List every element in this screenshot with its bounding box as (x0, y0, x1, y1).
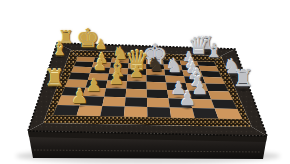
square-e7 (186, 83, 208, 91)
square-a4 (129, 59, 147, 64)
squares (53, 57, 242, 119)
square-f5 (147, 89, 169, 98)
square-d3 (107, 74, 127, 81)
square-e6 (166, 82, 188, 90)
chessboard (0, 0, 290, 164)
square-a7 (180, 61, 199, 66)
square-f1 (61, 87, 85, 96)
square-g6 (168, 98, 192, 108)
square-a3 (111, 58, 129, 63)
square-a2 (94, 58, 112, 63)
square-d8 (203, 77, 225, 84)
square-b3 (110, 63, 129, 69)
square-d5 (146, 75, 166, 82)
square-c1 (71, 67, 92, 74)
square-d7 (184, 76, 205, 83)
square-h3 (100, 106, 125, 117)
square-f2 (83, 88, 106, 97)
square-d4 (127, 74, 147, 81)
square-b8 (199, 66, 219, 72)
square-f3 (104, 88, 126, 97)
square-c6 (164, 70, 184, 77)
square-g1 (57, 96, 82, 106)
square-a5 (146, 60, 164, 65)
square-c7 (182, 70, 202, 77)
square-e4 (126, 81, 147, 89)
square-e5 (147, 82, 168, 90)
square-c8 (201, 71, 222, 78)
square-c5 (146, 69, 165, 76)
square-h6 (170, 108, 195, 119)
square-c4 (128, 68, 147, 75)
square-h5 (147, 107, 171, 118)
square-d6 (165, 76, 186, 83)
square-e2 (86, 80, 108, 88)
square-c3 (109, 68, 128, 75)
square-a1 (76, 57, 95, 62)
square-a8 (197, 61, 216, 66)
square-h4 (124, 107, 148, 118)
square-h2 (77, 105, 103, 116)
square-e1 (65, 80, 88, 88)
square-b6 (164, 65, 183, 71)
square-g4 (125, 97, 147, 107)
square-h1 (53, 105, 80, 116)
square-f7 (188, 91, 212, 100)
square-e3 (106, 81, 127, 89)
square-f4 (126, 89, 147, 98)
square-b4 (128, 63, 146, 69)
square-c2 (90, 67, 110, 74)
square-g7 (190, 99, 215, 109)
square-b1 (74, 61, 94, 67)
square-g5 (147, 98, 170, 108)
square-e8 (205, 84, 228, 92)
square-b7 (181, 65, 200, 71)
square-f6 (167, 90, 190, 99)
square-g2 (80, 96, 104, 106)
chess-set-photo: ♜♚♟♜♝♛♝♞♟♟♚♟♟♛♞♞♟♞♝♟♟♟♜♝♜♟♟♟♟♟ (0, 0, 290, 164)
square-b5 (146, 64, 164, 70)
square-d2 (88, 73, 109, 80)
square-g3 (102, 97, 125, 107)
square-a6 (163, 60, 181, 65)
square-h7 (192, 108, 218, 119)
square-b2 (92, 62, 111, 68)
square-d1 (68, 73, 90, 81)
